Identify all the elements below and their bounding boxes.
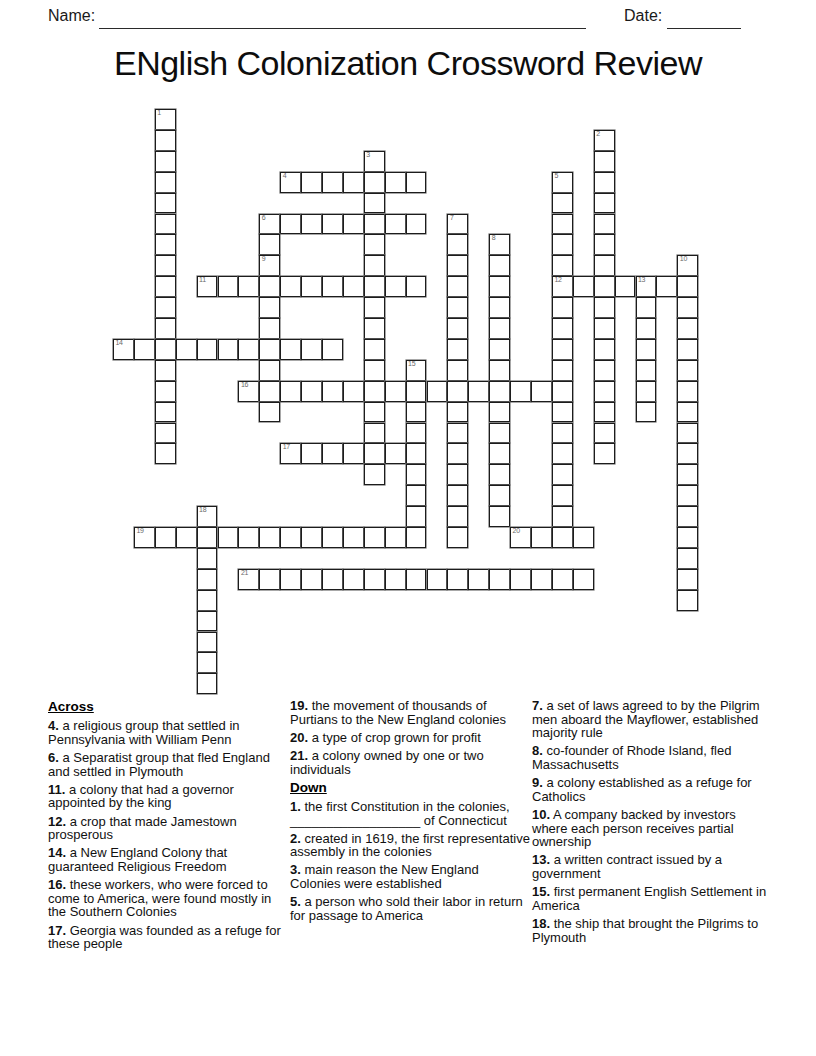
cell-number: 5	[554, 172, 558, 180]
cell-r11-c7[interactable]	[259, 339, 280, 360]
cell-r6-c12[interactable]	[364, 234, 385, 255]
cell-r13-c16[interactable]	[447, 381, 468, 402]
cell-r13-c23[interactable]	[594, 381, 615, 402]
across-header: Across	[48, 700, 284, 714]
cell-r11-c4[interactable]	[197, 339, 218, 360]
clue-number: 12.	[48, 814, 66, 829]
clue-number: 7.	[532, 698, 543, 713]
clue-across-21: 21. a colony owned by one or two individ…	[290, 749, 530, 776]
clue-number: 11.	[48, 782, 65, 797]
cell-r9-c2[interactable]	[155, 297, 176, 318]
cell-r17-c12[interactable]	[364, 464, 385, 485]
clue-down-13: 13. a written contract issued by a gover…	[532, 853, 770, 880]
cell-r8-c6[interactable]	[238, 276, 259, 297]
cell-r7-c21[interactable]	[552, 255, 573, 276]
cell-r11-c25[interactable]	[636, 339, 657, 360]
cell-r26-c4[interactable]	[197, 652, 218, 673]
cell-r20-c13[interactable]	[385, 527, 406, 548]
cell-r2-c23[interactable]	[594, 151, 615, 172]
cell-r9-c12[interactable]	[364, 297, 385, 318]
cell-r10-c2[interactable]	[155, 318, 176, 339]
cell-number: 9	[262, 255, 266, 263]
date-fill-line[interactable]	[667, 8, 741, 29]
cell-r13-c20[interactable]	[531, 381, 552, 402]
clue-column-3: 7. a set of laws agreed to by the Pilgri…	[532, 699, 770, 949]
cell-number: 11	[199, 276, 206, 284]
cell-r4-c2[interactable]	[155, 193, 176, 214]
cell-r16-c21[interactable]	[552, 443, 573, 464]
cell-r7-c2[interactable]	[155, 255, 176, 276]
cell-r13-c17[interactable]	[468, 381, 489, 402]
cell-r6-c2[interactable]	[155, 234, 176, 255]
clue-down-1: 1. the first Constitution in the colonie…	[290, 800, 530, 827]
clue-number: 20.	[290, 730, 308, 745]
cell-r8-c11[interactable]	[343, 276, 364, 297]
cell-r8-c24[interactable]	[615, 276, 636, 297]
cell-r13-c12[interactable]	[364, 381, 385, 402]
cell-r11-c10[interactable]	[322, 339, 343, 360]
cell-r9-c18[interactable]	[489, 297, 510, 318]
cell-number: 12	[554, 276, 561, 284]
clue-down-5: 5. a person who sold their labor in retu…	[290, 895, 530, 922]
cell-r19-c16[interactable]	[447, 506, 468, 527]
cell-r15-c27[interactable]	[677, 423, 698, 444]
cell-r11-c16[interactable]	[447, 339, 468, 360]
cell-number: 14	[116, 339, 123, 347]
cell-r20-c2[interactable]	[155, 527, 176, 548]
cell-r5-c7[interactable]: 6	[259, 214, 280, 235]
cell-r22-c27[interactable]	[677, 569, 698, 590]
clue-number: 17.	[48, 923, 66, 938]
cell-r20-c7[interactable]	[259, 527, 280, 548]
clue-number: 19.	[290, 698, 308, 713]
cell-number: 17	[283, 443, 290, 451]
cell-r16-c27[interactable]	[677, 443, 698, 464]
cell-r13-c27[interactable]	[677, 381, 698, 402]
down-header: Down	[290, 781, 530, 795]
cell-r10-c25[interactable]	[636, 318, 657, 339]
cell-r18-c27[interactable]	[677, 485, 698, 506]
clue-number: 8.	[532, 743, 543, 758]
clue-number: 4.	[48, 718, 59, 733]
cell-r11-c2[interactable]	[155, 339, 176, 360]
cell-r3-c8[interactable]: 4	[280, 172, 301, 193]
clue-down-2: 2. created in 1619, the first representa…	[290, 832, 530, 859]
cell-r12-c23[interactable]	[594, 360, 615, 381]
cell-r11-c21[interactable]	[552, 339, 573, 360]
cell-r15-c18[interactable]	[489, 423, 510, 444]
cell-r13-c14[interactable]	[406, 381, 427, 402]
cell-r10-c7[interactable]	[259, 318, 280, 339]
cell-r6-c21[interactable]	[552, 234, 573, 255]
cell-r13-c18[interactable]	[489, 381, 510, 402]
cell-r5-c12[interactable]	[364, 214, 385, 235]
cell-r8-c10[interactable]	[322, 276, 343, 297]
cell-r16-c11[interactable]	[343, 443, 364, 464]
cell-r18-c21[interactable]	[552, 485, 573, 506]
cell-r11-c27[interactable]	[677, 339, 698, 360]
cell-number: 7	[450, 214, 454, 222]
cell-r10-c23[interactable]	[594, 318, 615, 339]
cell-r22-c4[interactable]	[197, 569, 218, 590]
cell-r17-c18[interactable]	[489, 464, 510, 485]
cell-r20-c16[interactable]	[447, 527, 468, 548]
cell-r14-c12[interactable]	[364, 402, 385, 423]
cell-r24-c4[interactable]	[197, 611, 218, 632]
cell-number: 20	[513, 527, 520, 535]
cell-r13-c15[interactable]	[427, 381, 448, 402]
cell-r11-c5[interactable]	[218, 339, 239, 360]
cell-r22-c15[interactable]	[427, 569, 448, 590]
cell-r8-c23[interactable]	[594, 276, 615, 297]
cell-r16-c18[interactable]	[489, 443, 510, 464]
cell-r22-c19[interactable]	[510, 569, 531, 590]
clue-number: 16.	[48, 877, 66, 892]
cell-r10-c18[interactable]	[489, 318, 510, 339]
cell-r16-c12[interactable]	[364, 443, 385, 464]
clue-down-15: 15. first permanent English Settlement i…	[532, 885, 770, 912]
cell-r13-c7[interactable]	[259, 381, 280, 402]
cell-r5-c23[interactable]	[594, 214, 615, 235]
cell-r16-c9[interactable]	[301, 443, 322, 464]
cell-r13-c11[interactable]	[343, 381, 364, 402]
cell-r7-c27[interactable]: 10	[677, 255, 698, 276]
cell-r5-c10[interactable]	[322, 214, 343, 235]
cell-r5-c11[interactable]	[343, 214, 364, 235]
clue-down-8: 8. co-founder of Rhode Island, fled Mass…	[532, 744, 770, 771]
cell-r22-c17[interactable]	[468, 569, 489, 590]
clue-number: 13.	[532, 852, 550, 867]
cell-r3-c10[interactable]	[322, 172, 343, 193]
cell-r16-c13[interactable]	[385, 443, 406, 464]
cell-r13-c13[interactable]	[385, 381, 406, 402]
cell-r11-c1[interactable]	[134, 339, 155, 360]
cell-r13-c8[interactable]	[280, 381, 301, 402]
cell-r20-c6[interactable]	[238, 527, 259, 548]
cell-r20-c4[interactable]	[197, 527, 218, 548]
cell-r20-c20[interactable]	[531, 527, 552, 548]
clue-number: 2.	[290, 831, 301, 846]
clue-number: 10.	[532, 807, 550, 822]
cell-r12-c18[interactable]	[489, 360, 510, 381]
cell-r14-c14[interactable]	[406, 402, 427, 423]
clue-down-10: 10. A company backed by investors where …	[532, 808, 770, 849]
cell-r8-c13[interactable]	[385, 276, 406, 297]
clue-number: 6.	[48, 750, 59, 765]
cell-r19-c27[interactable]	[677, 506, 698, 527]
clue-across-17: 17. Georgia was founded as a refuge for …	[48, 924, 284, 951]
cell-r17-c27[interactable]	[677, 464, 698, 485]
clue-number: 5.	[290, 894, 301, 909]
cell-r15-c12[interactable]	[364, 423, 385, 444]
cell-r8-c7[interactable]	[259, 276, 280, 297]
cell-number: 19	[136, 527, 143, 535]
clue-number: 15.	[532, 884, 550, 899]
cell-r12-c2[interactable]	[155, 360, 176, 381]
cell-r7-c18[interactable]	[489, 255, 510, 276]
cell-r9-c7[interactable]	[259, 297, 280, 318]
cell-number: 21	[241, 569, 248, 577]
cell-r11-c23[interactable]	[594, 339, 615, 360]
cell-r16-c8[interactable]: 17	[280, 443, 301, 464]
clue-across-19: 19. the movement of thousands of Purtian…	[290, 699, 530, 726]
cell-r7-c23[interactable]	[594, 255, 615, 276]
cell-r11-c0[interactable]: 14	[113, 339, 134, 360]
cell-r11-c8[interactable]	[280, 339, 301, 360]
cell-r14-c21[interactable]	[552, 402, 573, 423]
cell-r22-c20[interactable]	[531, 569, 552, 590]
cell-r16-c14[interactable]	[406, 443, 427, 464]
cell-r8-c14[interactable]	[406, 276, 427, 297]
cell-r20-c5[interactable]	[218, 527, 239, 548]
cell-r3-c23[interactable]	[594, 172, 615, 193]
cell-r3-c21[interactable]: 5	[552, 172, 573, 193]
cell-r12-c12[interactable]	[364, 360, 385, 381]
cell-r8-c18[interactable]	[489, 276, 510, 297]
cell-r6-c16[interactable]	[447, 234, 468, 255]
cell-r16-c16[interactable]	[447, 443, 468, 464]
cell-number: 13	[638, 276, 645, 284]
cell-r19-c4[interactable]: 18	[197, 506, 218, 527]
cell-r7-c16[interactable]	[447, 255, 468, 276]
clue-across-4: 4. a religious group that settled in Pen…	[48, 719, 284, 746]
cell-r19-c18[interactable]	[489, 506, 510, 527]
cell-r20-c27[interactable]	[677, 527, 698, 548]
cell-r10-c27[interactable]	[677, 318, 698, 339]
cell-r14-c23[interactable]	[594, 402, 615, 423]
cell-r23-c4[interactable]	[197, 590, 218, 611]
cell-r8-c9[interactable]	[301, 276, 322, 297]
cell-r20-c21[interactable]	[552, 527, 573, 548]
cell-r8-c16[interactable]	[447, 276, 468, 297]
cell-r9-c25[interactable]	[636, 297, 657, 318]
cell-r5-c9[interactable]	[301, 214, 322, 235]
cell-r18-c14[interactable]	[406, 485, 427, 506]
clue-number: 9.	[532, 775, 543, 790]
cell-number: 8	[492, 234, 496, 242]
cell-r7-c7[interactable]: 9	[259, 255, 280, 276]
cell-r21-c4[interactable]	[197, 548, 218, 569]
cell-r1-c2[interactable]	[155, 130, 176, 151]
cell-r15-c2[interactable]	[155, 423, 176, 444]
cell-r20-c3[interactable]	[176, 527, 197, 548]
cell-r22-c6[interactable]: 21	[238, 569, 259, 590]
cell-r9-c23[interactable]	[594, 297, 615, 318]
name-fill-line[interactable]	[99, 8, 586, 29]
cell-r4-c23[interactable]	[594, 193, 615, 214]
cell-r22-c10[interactable]	[322, 569, 343, 590]
name-label: Name:	[48, 7, 95, 25]
cell-r22-c12[interactable]	[364, 569, 385, 590]
cell-r27-c4[interactable]	[197, 673, 218, 694]
cell-r3-c14[interactable]	[406, 172, 427, 193]
clue-across-14: 14. a New England Colony that guaranteed…	[48, 846, 284, 873]
cell-r15-c14[interactable]	[406, 423, 427, 444]
cell-r14-c16[interactable]	[447, 402, 468, 423]
cell-number: 4	[283, 172, 287, 180]
cell-r2-c12[interactable]: 3	[364, 151, 385, 172]
cell-r11-c6[interactable]	[238, 339, 259, 360]
clue-column-2: 19. the movement of thousands of Purtian…	[290, 699, 530, 927]
cell-r20-c19[interactable]: 20	[510, 527, 531, 548]
cell-r14-c2[interactable]	[155, 402, 176, 423]
clue-across-12: 12. a crop that made Jamestown prosperou…	[48, 815, 284, 842]
cell-r4-c12[interactable]	[364, 193, 385, 214]
cell-r15-c16[interactable]	[447, 423, 468, 444]
cell-r20-c10[interactable]	[322, 527, 343, 548]
cell-r8-c22[interactable]	[573, 276, 594, 297]
clue-number: 14.	[48, 845, 66, 860]
clue-across-11: 11. a colony that had a governor appoint…	[48, 783, 284, 810]
cell-r5-c8[interactable]	[280, 214, 301, 235]
cell-r5-c14[interactable]	[406, 214, 427, 235]
cell-r8-c2[interactable]	[155, 276, 176, 297]
cell-r21-c27[interactable]	[677, 548, 698, 569]
cell-r22-c22[interactable]	[573, 569, 594, 590]
cell-number: 16	[241, 381, 248, 389]
cell-r8-c12[interactable]	[364, 276, 385, 297]
cell-r9-c16[interactable]	[447, 297, 468, 318]
clue-down-7: 7. a set of laws agreed to by the Pilgri…	[532, 699, 770, 740]
clue-number: 3.	[290, 862, 301, 877]
cell-r5-c2[interactable]	[155, 214, 176, 235]
cell-r22-c18[interactable]	[489, 569, 510, 590]
clue-across-20: 20. a type of crop grown for profit	[290, 731, 530, 745]
cell-r17-c21[interactable]	[552, 464, 573, 485]
clue-number: 21.	[290, 748, 308, 763]
cell-r22-c16[interactable]	[447, 569, 468, 590]
cell-r11-c9[interactable]	[301, 339, 322, 360]
cell-number: 6	[262, 214, 266, 222]
cell-r3-c12[interactable]	[364, 172, 385, 193]
cell-number: 1	[157, 109, 161, 117]
cell-r6-c18[interactable]: 8	[489, 234, 510, 255]
cell-r1-c23[interactable]: 2	[594, 130, 615, 151]
cell-r15-c21[interactable]	[552, 423, 573, 444]
cell-r3-c13[interactable]	[385, 172, 406, 193]
clue-number: 1.	[290, 799, 301, 814]
cell-r2-c2[interactable]	[155, 151, 176, 172]
clue-down-3: 3. main reason the New England Colonies …	[290, 863, 530, 890]
cell-r11-c3[interactable]	[176, 339, 197, 360]
cell-r22-c7[interactable]	[259, 569, 280, 590]
cell-r12-c25[interactable]	[636, 360, 657, 381]
cell-r7-c12[interactable]	[364, 255, 385, 276]
cell-r13-c25[interactable]	[636, 381, 657, 402]
cell-r16-c10[interactable]	[322, 443, 343, 464]
cell-r20-c22[interactable]	[573, 527, 594, 548]
cell-r10-c12[interactable]	[364, 318, 385, 339]
cell-r3-c11[interactable]	[343, 172, 364, 193]
cell-r13-c10[interactable]	[322, 381, 343, 402]
cell-r8-c27[interactable]	[677, 276, 698, 297]
cell-r13-c2[interactable]	[155, 381, 176, 402]
clue-down-18: 18. the ship that brought the Pilgrims t…	[532, 917, 770, 944]
cell-r8-c4[interactable]: 11	[197, 276, 218, 297]
cell-r12-c16[interactable]	[447, 360, 468, 381]
crossword-grid: 123456789101112131415161718192021	[113, 109, 699, 695]
cell-r8-c21[interactable]: 12	[552, 276, 573, 297]
cell-r14-c18[interactable]	[489, 402, 510, 423]
cell-r22-c21[interactable]	[552, 569, 573, 590]
cell-r5-c13[interactable]	[385, 214, 406, 235]
cell-r5-c16[interactable]: 7	[447, 214, 468, 235]
date-label: Date:	[624, 7, 662, 25]
cell-r12-c21[interactable]	[552, 360, 573, 381]
cell-r6-c23[interactable]	[594, 234, 615, 255]
cell-r10-c21[interactable]	[552, 318, 573, 339]
cell-r16-c2[interactable]	[155, 443, 176, 464]
cell-r3-c9[interactable]	[301, 172, 322, 193]
cell-r12-c27[interactable]	[677, 360, 698, 381]
cell-r5-c21[interactable]	[552, 214, 573, 235]
cell-r25-c4[interactable]	[197, 632, 218, 653]
cell-r17-c16[interactable]	[447, 464, 468, 485]
cell-r20-c14[interactable]	[406, 527, 427, 548]
cell-r12-c14[interactable]: 15	[406, 360, 427, 381]
clue-across-6: 6. a Separatist group that fled England …	[48, 751, 284, 778]
cell-r20-c9[interactable]	[301, 527, 322, 548]
cell-number: 15	[408, 360, 415, 368]
cell-r19-c21[interactable]	[552, 506, 573, 527]
cell-r9-c21[interactable]	[552, 297, 573, 318]
cell-r18-c18[interactable]	[489, 485, 510, 506]
cell-r13-c9[interactable]	[301, 381, 322, 402]
cell-r15-c23[interactable]	[594, 423, 615, 444]
cell-r14-c25[interactable]	[636, 402, 657, 423]
cell-r17-c14[interactable]	[406, 464, 427, 485]
cell-r11-c12[interactable]	[364, 339, 385, 360]
cell-number: 18	[199, 506, 206, 514]
clue-across-16: 16. these workers, who were forced to co…	[48, 878, 284, 919]
cell-r20-c8[interactable]	[280, 527, 301, 548]
cell-r19-c14[interactable]	[406, 506, 427, 527]
page-title: ENglish Colonization Crossword Review	[0, 44, 816, 83]
cell-r4-c21[interactable]	[552, 193, 573, 214]
cell-r10-c16[interactable]	[447, 318, 468, 339]
cell-r8-c5[interactable]	[218, 276, 239, 297]
cell-r13-c19[interactable]	[510, 381, 531, 402]
cell-r13-c6[interactable]: 16	[238, 381, 259, 402]
cell-r20-c12[interactable]	[364, 527, 385, 548]
cell-r22-c11[interactable]	[343, 569, 364, 590]
cell-r22-c8[interactable]	[280, 569, 301, 590]
cell-r20-c11[interactable]	[343, 527, 364, 548]
clue-down-9: 9. a colony established as a refuge for …	[532, 776, 770, 803]
cell-r13-c21[interactable]	[552, 381, 573, 402]
cell-number: 3	[366, 151, 370, 159]
cell-r8-c8[interactable]	[280, 276, 301, 297]
cell-r18-c16[interactable]	[447, 485, 468, 506]
cell-r23-c27[interactable]	[677, 590, 698, 611]
cell-r22-c14[interactable]	[406, 569, 427, 590]
cell-number: 10	[680, 255, 687, 263]
cell-r8-c26[interactable]	[656, 276, 677, 297]
cell-r16-c23[interactable]	[594, 443, 615, 464]
cell-r14-c7[interactable]	[259, 402, 280, 423]
cell-r14-c27[interactable]	[677, 402, 698, 423]
cell-r0-c2[interactable]: 1	[155, 109, 176, 130]
cell-r22-c9[interactable]	[301, 569, 322, 590]
cell-r9-c27[interactable]	[677, 297, 698, 318]
cell-r3-c2[interactable]	[155, 172, 176, 193]
cell-r6-c7[interactable]	[259, 234, 280, 255]
cell-r8-c25[interactable]: 13	[636, 276, 657, 297]
cell-r22-c13[interactable]	[385, 569, 406, 590]
cell-r12-c7[interactable]	[259, 360, 280, 381]
cell-r20-c1[interactable]: 19	[134, 527, 155, 548]
cell-r11-c18[interactable]	[489, 339, 510, 360]
